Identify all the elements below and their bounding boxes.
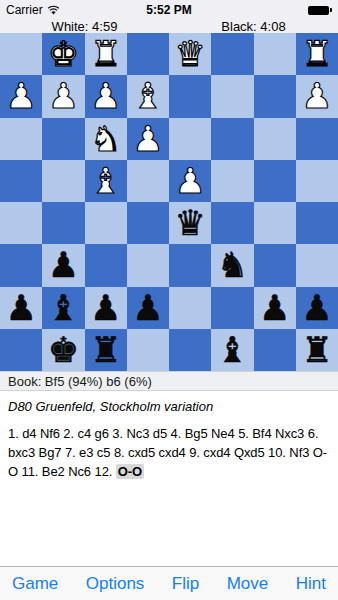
moves-text: 1. d4 Nf6 2. c4 g6 3. Nc3 d5 4. Bg5 Ne4 … [8, 426, 327, 479]
square-d8[interactable] [169, 329, 211, 371]
black-pawn: ♟ [90, 287, 121, 329]
square-b8[interactable] [254, 329, 296, 371]
move-list: 1. d4 Nf6 2. c4 g6 3. Nc3 d5 4. Bg5 Ne4 … [0, 414, 338, 481]
square-g4[interactable] [42, 160, 84, 202]
square-g6[interactable]: ♟ [42, 244, 84, 286]
square-c2[interactable] [211, 75, 253, 117]
square-e7[interactable]: ♟ [127, 287, 169, 329]
square-f7[interactable]: ♟ [85, 287, 127, 329]
white-clock: White: 4:59 [0, 20, 169, 33]
white-pawn: ♟ [132, 118, 163, 160]
black-queen: ♛ [174, 202, 205, 244]
square-a8[interactable]: ♜ [296, 329, 338, 371]
clock-time: 5:52 PM [96, 3, 242, 17]
square-h7[interactable]: ♟ [0, 287, 42, 329]
white-rook: ♜ [90, 33, 121, 75]
square-a3[interactable] [296, 118, 338, 160]
status-bar: Carrier 5:52 PM [0, 0, 338, 20]
square-h3[interactable] [0, 118, 42, 160]
white-bishop: ♝ [90, 160, 121, 202]
square-b5[interactable] [254, 202, 296, 244]
square-b2[interactable] [254, 75, 296, 117]
square-e5[interactable] [127, 202, 169, 244]
square-a7[interactable]: ♟ [296, 287, 338, 329]
black-rook: ♜ [90, 329, 121, 371]
square-h5[interactable] [0, 202, 42, 244]
opening-name: D80 Gruenfeld, Stockholm variation [0, 391, 338, 414]
square-e8[interactable] [127, 329, 169, 371]
square-d1[interactable]: ♛ [169, 33, 211, 75]
white-knight: ♞ [90, 118, 121, 160]
white-pawn: ♟ [5, 75, 36, 117]
square-a6[interactable] [296, 244, 338, 286]
white-pawn: ♟ [48, 75, 79, 117]
square-d4[interactable]: ♟ [169, 160, 211, 202]
toolbar-button-game[interactable]: Game [12, 574, 58, 594]
square-e3[interactable]: ♟ [127, 118, 169, 160]
book-bar: Book: Bf5 (94%) b6 (6%) [0, 371, 338, 391]
square-g5[interactable] [42, 202, 84, 244]
wifi-icon [47, 5, 60, 15]
book-line: Book: Bf5 (94%) b6 (6%) [8, 374, 152, 389]
black-bishop: ♝ [217, 329, 248, 371]
white-pawn: ♟ [174, 160, 205, 202]
square-g3[interactable] [42, 118, 84, 160]
square-g8[interactable]: ♚ [42, 329, 84, 371]
square-b3[interactable] [254, 118, 296, 160]
square-f8[interactable]: ♜ [85, 329, 127, 371]
square-c5[interactable] [211, 202, 253, 244]
square-c6[interactable]: ♞ [211, 244, 253, 286]
square-c7[interactable] [211, 287, 253, 329]
toolbar-button-move[interactable]: Move [227, 574, 269, 594]
white-king: ♚ [48, 33, 79, 75]
square-e2[interactable]: ♝ [127, 75, 169, 117]
square-b7[interactable]: ♟ [254, 287, 296, 329]
square-f4[interactable]: ♝ [85, 160, 127, 202]
square-h2[interactable]: ♟ [0, 75, 42, 117]
square-f2[interactable]: ♟ [85, 75, 127, 117]
black-pawn: ♟ [48, 244, 79, 286]
carrier-label: Carrier [6, 3, 43, 17]
square-f1[interactable]: ♜ [85, 33, 127, 75]
square-g7[interactable]: ♝ [42, 287, 84, 329]
square-b4[interactable] [254, 160, 296, 202]
square-a1[interactable]: ♜ [296, 33, 338, 75]
square-f5[interactable] [85, 202, 127, 244]
square-h4[interactable] [0, 160, 42, 202]
square-b6[interactable] [254, 244, 296, 286]
square-d6[interactable] [169, 244, 211, 286]
black-knight: ♞ [217, 244, 248, 286]
toolbar-button-hint[interactable]: Hint [296, 574, 326, 594]
black-rook: ♜ [301, 329, 332, 371]
square-d7[interactable] [169, 287, 211, 329]
black-pawn: ♟ [5, 287, 36, 329]
square-b1[interactable] [254, 33, 296, 75]
square-d2[interactable] [169, 75, 211, 117]
black-pawn: ♟ [301, 287, 332, 329]
square-h6[interactable] [0, 244, 42, 286]
white-pawn: ♟ [90, 75, 121, 117]
black-clock: Black: 4:08 [169, 20, 338, 33]
square-e6[interactable] [127, 244, 169, 286]
black-pawn: ♟ [259, 287, 290, 329]
square-g2[interactable]: ♟ [42, 75, 84, 117]
white-pawn: ♟ [301, 75, 332, 117]
square-f3[interactable]: ♞ [85, 118, 127, 160]
square-a5[interactable] [296, 202, 338, 244]
square-h1[interactable] [0, 33, 42, 75]
black-king: ♚ [48, 329, 79, 371]
square-g1[interactable]: ♚ [42, 33, 84, 75]
white-bishop: ♝ [132, 75, 163, 117]
black-bishop: ♝ [48, 287, 79, 329]
toolbar-button-flip[interactable]: Flip [172, 574, 199, 594]
white-queen: ♛ [174, 33, 205, 75]
square-c3[interactable] [211, 118, 253, 160]
square-c8[interactable]: ♝ [211, 329, 253, 371]
square-d5[interactable]: ♛ [169, 202, 211, 244]
game-clocks: White: 4:59 Black: 4:08 [0, 20, 338, 33]
chess-board[interactable]: ♚♜♛♜♟♟♟♝♟♞♟♝♟♛♟♞♟♝♟♟♟♟♚♜♝♜ [0, 33, 338, 371]
white-rook: ♜ [301, 33, 332, 75]
square-c4[interactable] [211, 160, 253, 202]
square-h8[interactable] [0, 329, 42, 371]
header: Carrier 5:52 PM White: 4:59 Black: 4:08 [0, 0, 338, 33]
square-a4[interactable] [296, 160, 338, 202]
bottom-toolbar: GameOptionsFlipMoveHint [0, 566, 338, 600]
square-e1[interactable] [127, 33, 169, 75]
last-move: O-O [116, 464, 144, 479]
square-f6[interactable] [85, 244, 127, 286]
square-a2[interactable]: ♟ [296, 75, 338, 117]
black-pawn: ♟ [132, 287, 163, 329]
square-d3[interactable] [169, 118, 211, 160]
square-c1[interactable] [211, 33, 253, 75]
toolbar-button-options[interactable]: Options [86, 574, 145, 594]
battery-icon [308, 6, 332, 15]
square-e4[interactable] [127, 160, 169, 202]
